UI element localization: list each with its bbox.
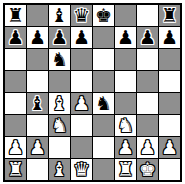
square-h7[interactable]: ♟: [159, 27, 180, 48]
square-d5[interactable]: [71, 71, 92, 92]
square-b7[interactable]: ♟: [27, 27, 48, 48]
square-c3[interactable]: ♞: [49, 115, 70, 136]
white-rook-a1: ♜: [7, 159, 24, 180]
square-a4[interactable]: [5, 93, 26, 114]
square-c2[interactable]: [49, 137, 70, 158]
square-d6[interactable]: [71, 49, 92, 70]
square-f8[interactable]: [115, 5, 136, 26]
black-king-e8: ♚: [95, 5, 112, 26]
square-e2[interactable]: [93, 137, 114, 158]
white-pawn-d4: ♟: [73, 93, 90, 114]
square-h8[interactable]: ♜: [159, 5, 180, 26]
square-g6[interactable]: [137, 49, 158, 70]
white-bishop-c4: ♝: [51, 93, 68, 114]
square-e3[interactable]: [93, 115, 114, 136]
square-h6[interactable]: [159, 49, 180, 70]
white-pawn-g2: ♟: [139, 137, 156, 158]
square-d8[interactable]: ♛: [71, 5, 92, 26]
square-a3[interactable]: [5, 115, 26, 136]
square-h5[interactable]: [159, 71, 180, 92]
square-f7[interactable]: ♟: [115, 27, 136, 48]
square-b4[interactable]: ♝: [27, 93, 48, 114]
square-b3[interactable]: [27, 115, 48, 136]
square-d7[interactable]: ♟: [71, 27, 92, 48]
square-g8[interactable]: [137, 5, 158, 26]
square-c8[interactable]: ♝: [49, 5, 70, 26]
black-pawn-g7: ♟: [139, 27, 156, 48]
square-f6[interactable]: [115, 49, 136, 70]
white-pawn-a2: ♟: [7, 137, 24, 158]
square-b6[interactable]: [27, 49, 48, 70]
square-b5[interactable]: [27, 71, 48, 92]
white-pawn-h2: ♟: [161, 137, 178, 158]
square-c6[interactable]: ♞: [49, 49, 70, 70]
white-bishop-c1: ♝: [51, 159, 68, 180]
square-g5[interactable]: [137, 71, 158, 92]
square-c7[interactable]: ♟: [49, 27, 70, 48]
black-knight-e4: ♞: [95, 93, 112, 114]
white-pawn-f2: ♟: [117, 137, 134, 158]
black-bishop-b4: ♝: [29, 93, 46, 114]
white-knight-f3: ♞: [117, 115, 134, 136]
square-a1[interactable]: ♜: [5, 159, 26, 180]
square-h2[interactable]: ♟: [159, 137, 180, 158]
square-h4[interactable]: [159, 93, 180, 114]
black-pawn-f7: ♟: [117, 27, 134, 48]
black-pawn-d7: ♟: [73, 27, 90, 48]
white-queen-d1: ♛: [73, 159, 90, 180]
square-b1[interactable]: [27, 159, 48, 180]
square-a8[interactable]: ♜: [5, 5, 26, 26]
black-bishop-c8: ♝: [51, 5, 68, 26]
white-king-g1: ♚: [139, 159, 156, 180]
square-a5[interactable]: [5, 71, 26, 92]
square-b8[interactable]: [27, 5, 48, 26]
square-d1[interactable]: ♛: [71, 159, 92, 180]
black-queen-d8: ♛: [73, 5, 90, 26]
square-g7[interactable]: ♟: [137, 27, 158, 48]
square-h3[interactable]: [159, 115, 180, 136]
square-c5[interactable]: [49, 71, 70, 92]
square-f3[interactable]: ♞: [115, 115, 136, 136]
white-knight-c3: ♞: [51, 115, 68, 136]
black-knight-c6: ♞: [51, 49, 68, 70]
square-e1[interactable]: [93, 159, 114, 180]
square-d3[interactable]: [71, 115, 92, 136]
white-rook-f1: ♜: [117, 159, 134, 180]
square-f1[interactable]: ♜: [115, 159, 136, 180]
white-pawn-b2: ♟: [29, 137, 46, 158]
square-g4[interactable]: [137, 93, 158, 114]
chess-board: ♜♝♛♚♜♟♟♟♟♟♟♟♞♝♝♟♞♞♞♟♟♟♟♟♜♝♛♜♚: [3, 3, 182, 182]
black-rook-a8: ♜: [7, 5, 24, 26]
square-g3[interactable]: [137, 115, 158, 136]
page: ♜♝♛♚♜♟♟♟♟♟♟♟♞♝♝♟♞♞♞♟♟♟♟♟♜♝♛♜♚: [0, 0, 185, 184]
square-a2[interactable]: ♟: [5, 137, 26, 158]
square-b2[interactable]: ♟: [27, 137, 48, 158]
square-e4[interactable]: ♞: [93, 93, 114, 114]
square-e8[interactable]: ♚: [93, 5, 114, 26]
square-f4[interactable]: [115, 93, 136, 114]
square-c1[interactable]: ♝: [49, 159, 70, 180]
square-d2[interactable]: [71, 137, 92, 158]
square-a6[interactable]: [5, 49, 26, 70]
black-pawn-a7: ♟: [7, 27, 24, 48]
black-pawn-c7: ♟: [51, 27, 68, 48]
square-g1[interactable]: ♚: [137, 159, 158, 180]
square-e5[interactable]: [93, 71, 114, 92]
square-d4[interactable]: ♟: [71, 93, 92, 114]
square-a7[interactable]: ♟: [5, 27, 26, 48]
black-pawn-b7: ♟: [29, 27, 46, 48]
square-e7[interactable]: [93, 27, 114, 48]
square-f5[interactable]: [115, 71, 136, 92]
square-h1[interactable]: [159, 159, 180, 180]
square-g2[interactable]: ♟: [137, 137, 158, 158]
square-e6[interactable]: [93, 49, 114, 70]
square-f2[interactable]: ♟: [115, 137, 136, 158]
black-rook-h8: ♜: [161, 5, 178, 26]
black-pawn-h7: ♟: [161, 27, 178, 48]
square-c4[interactable]: ♝: [49, 93, 70, 114]
